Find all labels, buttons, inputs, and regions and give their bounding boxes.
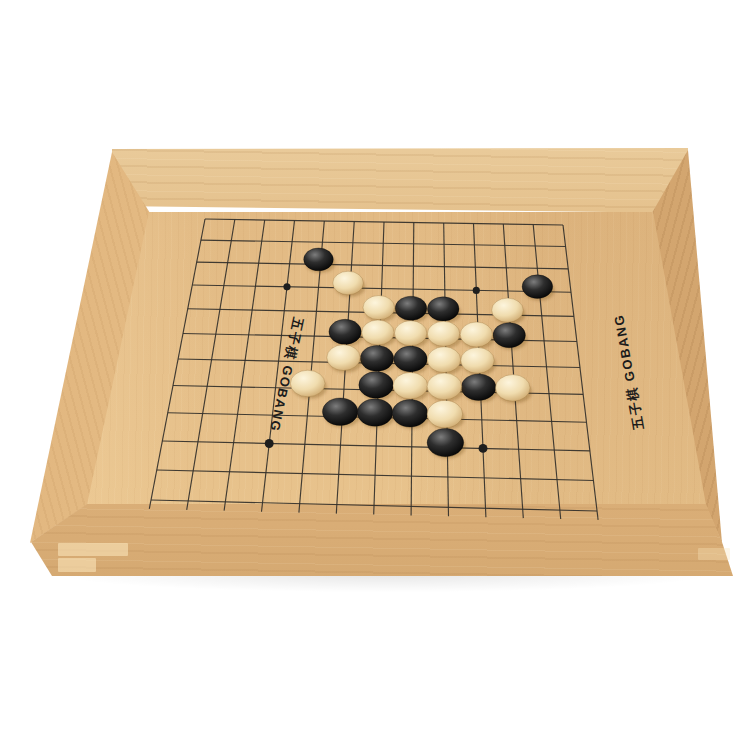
white-stone-c5-r8[interactable] bbox=[290, 370, 325, 397]
white-stone-c11-r5[interactable] bbox=[492, 298, 524, 322]
black-stone-c9-r10[interactable] bbox=[427, 429, 464, 457]
star-point bbox=[265, 439, 274, 448]
black-stone-c8-r7[interactable] bbox=[394, 346, 427, 372]
star-point bbox=[283, 283, 290, 290]
grid-column-line bbox=[224, 220, 265, 511]
black-stone-c7-r9[interactable] bbox=[357, 399, 393, 426]
white-stone-c9-r8[interactable] bbox=[427, 373, 462, 400]
stones bbox=[290, 248, 554, 459]
grid-column-line bbox=[149, 219, 205, 509]
white-stone-c9-r9[interactable] bbox=[427, 400, 463, 427]
gobang-board[interactable]: 五子棋 GOBANG 五子棋 GOBANG bbox=[0, 0, 750, 750]
white-stone-c6-r7[interactable] bbox=[327, 345, 360, 371]
black-stone-c7-r8[interactable] bbox=[359, 372, 394, 399]
white-stone-c10-r7[interactable] bbox=[461, 348, 494, 374]
white-stone-c7-r6[interactable] bbox=[362, 320, 394, 345]
black-stone-c8-r9[interactable] bbox=[392, 400, 428, 427]
white-stone-c7-r5[interactable] bbox=[363, 296, 395, 320]
black-stone-c10-r8[interactable] bbox=[461, 374, 496, 401]
black-stone-c11-r6[interactable] bbox=[493, 323, 525, 348]
black-stone-c6-r6[interactable] bbox=[329, 319, 361, 344]
white-stone-c9-r7[interactable] bbox=[427, 347, 460, 373]
white-stone-c11-r8[interactable] bbox=[496, 375, 531, 402]
white-stone-c8-r6[interactable] bbox=[395, 321, 427, 346]
black-stone-c12-r4[interactable] bbox=[522, 275, 553, 299]
white-stone-c6-r4[interactable] bbox=[333, 271, 364, 295]
black-stone-c7-r7[interactable] bbox=[360, 345, 393, 371]
black-stone-c5-r3[interactable] bbox=[304, 248, 334, 271]
star-point bbox=[479, 444, 488, 453]
right-side-label: 五子棋 GOBANG bbox=[611, 313, 646, 432]
gobang-board-photo: 五子棋 GOBANG 五子棋 GOBANG bbox=[0, 0, 750, 750]
black-stone-c8-r5[interactable] bbox=[395, 296, 427, 320]
white-stone-c8-r8[interactable] bbox=[393, 372, 428, 399]
star-point bbox=[473, 287, 480, 294]
black-stone-c9-r5[interactable] bbox=[427, 297, 459, 321]
white-stone-c9-r6[interactable] bbox=[427, 321, 459, 346]
black-stone-c6-r9[interactable] bbox=[322, 398, 358, 425]
grid-column-line bbox=[187, 220, 235, 510]
white-stone-c10-r6[interactable] bbox=[460, 322, 492, 347]
grid-column-line bbox=[563, 225, 598, 520]
